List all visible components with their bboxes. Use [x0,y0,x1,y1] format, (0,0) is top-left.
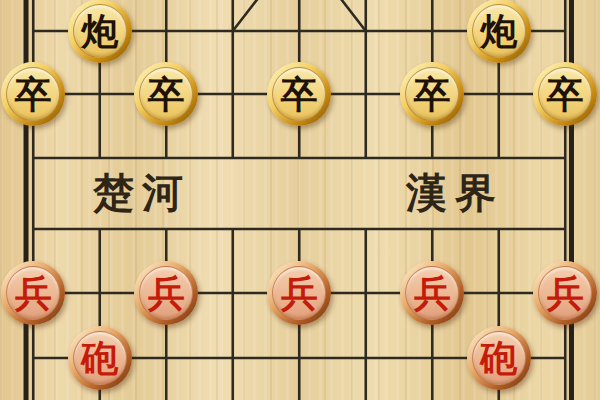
piece-glyph: 炮 [480,13,517,50]
piece-face: 砲 [73,331,127,385]
red-soldier-1[interactable]: 兵 [1,261,65,325]
xiangqi-board: 楚河 漢界 炮炮卒卒卒卒卒兵兵兵兵兵砲砲 [0,0,600,400]
piece-face: 炮 [472,4,526,58]
red-soldier-3[interactable]: 兵 [267,261,331,325]
black-soldier-5[interactable]: 卒 [533,62,597,126]
piece-glyph: 兵 [547,275,584,312]
black-cannon-left[interactable]: 炮 [68,0,132,63]
red-soldier-2[interactable]: 兵 [134,261,198,325]
red-cannon-left[interactable]: 砲 [68,326,132,390]
piece-face: 兵 [405,266,459,320]
red-soldier-5[interactable]: 兵 [533,261,597,325]
piece-glyph: 兵 [414,275,451,312]
black-soldier-3[interactable]: 卒 [267,62,331,126]
piece-face: 兵 [272,266,326,320]
red-soldier-4[interactable]: 兵 [400,261,464,325]
black-cannon-right[interactable]: 炮 [467,0,531,63]
black-soldier-4[interactable]: 卒 [400,62,464,126]
black-soldier-1[interactable]: 卒 [1,62,65,126]
piece-glyph: 卒 [281,76,318,113]
piece-glyph: 砲 [480,340,517,377]
piece-glyph: 兵 [15,275,52,312]
piece-glyph: 兵 [148,275,185,312]
piece-glyph: 卒 [414,76,451,113]
piece-face: 卒 [538,67,592,121]
pieces-grid: 炮炮卒卒卒卒卒兵兵兵兵兵砲砲 [0,0,599,398]
piece-glyph: 砲 [81,340,118,377]
piece-glyph: 卒 [15,76,52,113]
piece-glyph: 卒 [148,76,185,113]
piece-face: 砲 [472,331,526,385]
piece-glyph: 兵 [281,275,318,312]
black-soldier-2[interactable]: 卒 [134,62,198,126]
piece-glyph: 炮 [81,13,118,50]
piece-face: 卒 [6,67,60,121]
piece-face: 兵 [6,266,60,320]
piece-face: 卒 [405,67,459,121]
piece-face: 炮 [73,4,127,58]
piece-glyph: 卒 [547,76,584,113]
piece-face: 兵 [139,266,193,320]
red-cannon-right[interactable]: 砲 [467,326,531,390]
piece-face: 兵 [538,266,592,320]
piece-face: 卒 [139,67,193,121]
piece-face: 卒 [272,67,326,121]
